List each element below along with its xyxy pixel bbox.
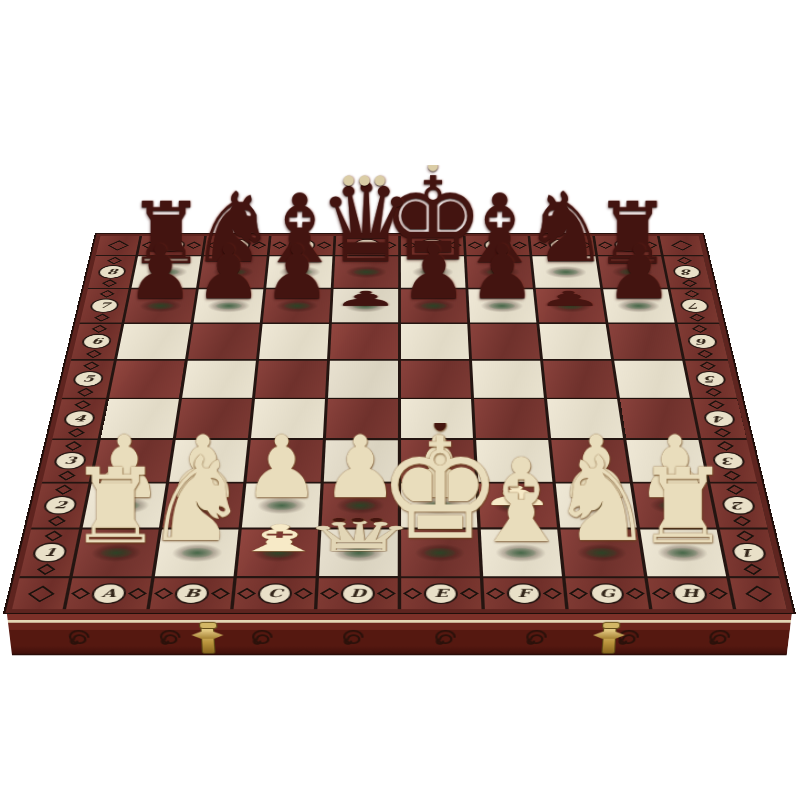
felt-base xyxy=(619,301,657,311)
coordinate-label: C xyxy=(257,583,293,604)
square-g7: ♟ xyxy=(536,289,606,322)
diamond-ornament-icon xyxy=(743,564,762,576)
file-label-g-bottom: G xyxy=(566,578,650,609)
file-label-d-top: D xyxy=(335,236,398,255)
diamond-ornament-icon xyxy=(320,588,339,600)
diamond-ornament-icon xyxy=(692,325,708,333)
square-b6 xyxy=(188,324,260,359)
square-a1: ♜ xyxy=(73,529,159,576)
spiral-engraving-icon xyxy=(522,628,552,648)
board-grid: ABCDEFGH8♜♞♝♛●●●♚●♝♞♜87♟♟♟♟♟♟♟♟766554433… xyxy=(5,234,793,613)
coordinate-label: F xyxy=(483,239,511,252)
diamond-ornament-icon xyxy=(83,361,100,370)
diamond-ornament-icon xyxy=(68,428,85,438)
rank-label-1-left: 1 xyxy=(20,529,79,576)
square-e6 xyxy=(401,324,469,359)
rank-label-6-left: 6 xyxy=(71,324,121,359)
square-f6 xyxy=(470,324,540,359)
square-c3 xyxy=(247,440,323,481)
square-f4 xyxy=(474,399,548,438)
diamond-ornament-icon xyxy=(382,242,397,249)
coordinate-label: C xyxy=(288,239,316,252)
coordinate-label: 5 xyxy=(694,371,727,387)
rank-label-4-right: 4 xyxy=(693,399,746,438)
coordinate-label: 1 xyxy=(730,543,768,563)
diamond-ornament-icon xyxy=(709,588,728,600)
square-f2: ♟ xyxy=(478,484,557,528)
square-c6 xyxy=(259,324,329,359)
coordinate-label: E xyxy=(419,239,446,252)
file-label-a-top: A xyxy=(138,236,204,255)
rook-glyph: ♜ xyxy=(109,193,224,275)
diamond-ornament-icon xyxy=(55,484,73,494)
coordinate-label: H xyxy=(671,583,709,604)
felt-base xyxy=(574,499,618,512)
square-d2: ♟ xyxy=(321,484,397,528)
felt-base xyxy=(93,546,139,560)
spiral-engraving-icon xyxy=(430,628,460,648)
diamond-ornament-icon xyxy=(71,588,90,600)
diamond-ornament-icon xyxy=(598,242,613,249)
square-g1: ♞ xyxy=(560,529,644,576)
diamond-ornament-icon xyxy=(272,242,287,249)
diamond-ornament-icon xyxy=(486,588,505,600)
diamond-ornament-icon xyxy=(723,471,741,481)
square-b7: ♟ xyxy=(194,289,264,322)
felt-base xyxy=(418,499,460,512)
diamond-ornament-icon xyxy=(142,242,157,249)
latch-icon xyxy=(601,625,617,653)
square-f5 xyxy=(472,361,544,398)
square-e2: ♟ xyxy=(401,484,477,528)
square-a3 xyxy=(92,440,173,481)
spiral-engraving-icon xyxy=(339,628,369,648)
felt-base xyxy=(415,267,451,276)
diamond-ornament-icon xyxy=(699,361,716,370)
diamond-ornament-icon xyxy=(714,428,731,438)
diamond-ornament-icon xyxy=(37,564,56,576)
diamond-ornament-icon xyxy=(294,588,313,600)
felt-base xyxy=(418,546,462,560)
diamond-ornament-icon xyxy=(577,242,592,249)
diamond-ornament-icon xyxy=(86,350,102,359)
diamond-ornament-icon xyxy=(652,588,671,600)
diamond-ornament-icon xyxy=(128,588,147,600)
coordinate-label: A xyxy=(90,583,128,604)
spiral-engraving-icon xyxy=(155,628,186,648)
felt-base xyxy=(499,546,544,560)
square-b4 xyxy=(176,399,252,438)
coordinate-label: 3 xyxy=(711,452,746,470)
rank-label-4-left: 4 xyxy=(53,399,106,438)
diamond-ornament-icon xyxy=(705,388,722,397)
rank-label-2-right: 2 xyxy=(710,484,767,528)
photo-background: ABCDEFGH8♜♞♝♛●●●♚●♝♞♜87♟♟♟♟♟♟♟♟766554433… xyxy=(0,0,800,800)
square-c1: ♝ xyxy=(237,529,318,576)
square-c8: ♝ xyxy=(266,256,332,288)
coordinate-label: D xyxy=(353,239,380,252)
felt-base xyxy=(496,499,539,512)
diamond-ornament-icon xyxy=(251,242,266,249)
square-e3 xyxy=(401,440,475,481)
diamond-ornament-icon xyxy=(447,242,462,249)
diamond-ornament-icon xyxy=(744,585,771,602)
felt-base xyxy=(660,546,706,560)
coordinate-label: 7 xyxy=(89,299,120,313)
felt-base xyxy=(339,499,382,512)
diamond-ornament-icon xyxy=(512,242,527,249)
coordinate-label: 2 xyxy=(42,496,78,515)
border-corner xyxy=(660,236,703,255)
diamond-ornament-icon xyxy=(58,471,76,481)
diamond-ornament-icon xyxy=(403,588,422,600)
file-label-c-top: C xyxy=(270,236,334,255)
diamond-ornament-icon xyxy=(186,242,201,249)
rank-label-3-right: 3 xyxy=(702,440,757,481)
coordinate-label: A xyxy=(157,239,186,252)
latch-icon xyxy=(200,625,215,653)
diamond-ornament-icon xyxy=(717,441,735,451)
square-c7: ♟ xyxy=(263,289,331,322)
crown-accent-balls: ● xyxy=(375,159,490,172)
spiral-engraving-icon xyxy=(704,628,736,648)
diamond-ornament-icon xyxy=(74,400,91,409)
diamond-ornament-icon xyxy=(99,290,115,298)
diamond-ornament-icon xyxy=(77,388,94,397)
box-front-edge xyxy=(6,609,792,655)
felt-base xyxy=(579,546,624,560)
coordinate-label: 4 xyxy=(702,410,736,427)
square-f1: ♝ xyxy=(481,529,562,576)
diamond-ornament-icon xyxy=(65,441,83,451)
coordinate-label: 6 xyxy=(686,334,718,349)
coordinate-label: 2 xyxy=(720,496,756,515)
coordinate-label: 8 xyxy=(97,265,127,279)
diamond-ornament-icon xyxy=(736,530,755,541)
square-d5 xyxy=(328,361,398,398)
diamond-ornament-icon xyxy=(402,242,417,249)
spiral-engraving-icon xyxy=(247,628,277,648)
coordinate-label: G xyxy=(589,583,626,604)
diamond-ornament-icon xyxy=(154,588,173,600)
diamond-ornament-icon xyxy=(460,588,479,600)
coordinate-label: 3 xyxy=(53,452,88,470)
square-h8: ♜ xyxy=(598,256,667,288)
diamond-ornament-icon xyxy=(91,325,107,333)
diamond-ornament-icon xyxy=(684,290,700,298)
felt-base xyxy=(337,546,381,560)
square-f7: ♟ xyxy=(468,289,536,322)
square-c2: ♟ xyxy=(242,484,321,528)
file-label-c-bottom: C xyxy=(234,578,316,609)
file-label-f-bottom: F xyxy=(483,578,565,609)
diamond-ornament-icon xyxy=(670,240,691,250)
felt-base xyxy=(551,301,589,311)
square-b5 xyxy=(182,361,256,398)
square-e1: ♚● xyxy=(401,529,480,576)
square-d7: ♟ xyxy=(332,289,398,322)
file-label-b-top: B xyxy=(204,236,269,255)
diamond-ornament-icon xyxy=(107,257,122,265)
border-corner xyxy=(730,578,787,609)
felt-base xyxy=(347,301,384,311)
front-spiral-engravings xyxy=(32,625,767,652)
square-d1: ♛●●● xyxy=(319,529,398,576)
square-d4 xyxy=(326,399,398,438)
diamond-ornament-icon xyxy=(642,242,657,249)
felt-base xyxy=(547,267,584,276)
square-h2: ♟ xyxy=(633,484,716,528)
file-label-d-bottom: D xyxy=(317,578,397,609)
square-a2: ♟ xyxy=(83,484,166,528)
square-h5 xyxy=(614,361,690,398)
diamond-ornament-icon xyxy=(237,588,256,600)
diamond-ornament-icon xyxy=(708,400,725,409)
felt-base xyxy=(348,267,384,276)
diamond-ornament-icon xyxy=(317,242,332,249)
spiral-engraving-icon xyxy=(63,628,95,648)
diamond-ornament-icon xyxy=(733,516,751,527)
file-label-h-top: H xyxy=(595,236,661,255)
diamond-ornament-icon xyxy=(682,279,698,287)
coordinate-label: 7 xyxy=(679,299,710,313)
square-g6 xyxy=(539,324,611,359)
file-label-e-bottom: E xyxy=(401,578,481,609)
coordinate-label: 8 xyxy=(672,265,702,279)
rook-glyph: ♜ xyxy=(575,193,690,275)
square-d3 xyxy=(324,440,398,481)
coordinate-label: F xyxy=(506,583,542,604)
square-e4 xyxy=(401,399,473,438)
diamond-ornament-icon xyxy=(533,242,548,249)
piece-dark-rook: ♜ xyxy=(575,193,690,275)
rank-label-7-right: 7 xyxy=(671,289,719,322)
square-a5 xyxy=(109,361,185,398)
diamond-ornament-icon xyxy=(337,242,352,249)
rank-label-5-left: 5 xyxy=(62,361,114,398)
coordinate-label: 6 xyxy=(81,334,113,349)
square-b1: ♞ xyxy=(155,529,239,576)
coordinate-label: B xyxy=(173,583,210,604)
coordinate-label: G xyxy=(548,239,576,252)
square-b2: ♟ xyxy=(162,484,243,528)
border-corner xyxy=(96,236,140,255)
diamond-ornament-icon xyxy=(377,588,396,600)
diamond-ornament-icon xyxy=(677,257,692,265)
rank-label-6-right: 6 xyxy=(678,324,728,359)
square-a6 xyxy=(117,324,191,359)
diamond-ornament-icon xyxy=(211,588,230,600)
rank-label-8-right: 8 xyxy=(664,256,711,288)
diamond-ornament-icon xyxy=(543,588,562,600)
coordinate-label: 1 xyxy=(31,543,69,563)
diamond-ornament-icon xyxy=(27,585,54,602)
square-b8: ♞ xyxy=(199,256,267,288)
square-e5 xyxy=(401,361,471,398)
felt-base xyxy=(174,546,219,560)
square-h3 xyxy=(626,440,706,481)
square-g5 xyxy=(543,361,617,398)
coordinate-label: E xyxy=(424,583,459,604)
felt-base xyxy=(415,301,452,311)
diamond-ornament-icon xyxy=(102,279,118,287)
square-h1: ♜ xyxy=(640,529,726,576)
coordinate-label: D xyxy=(341,583,376,604)
square-g2: ♟ xyxy=(556,484,637,528)
square-h7: ♟ xyxy=(603,289,674,322)
diamond-ornament-icon xyxy=(94,314,110,322)
file-label-f-top: F xyxy=(466,236,530,255)
square-f8: ♝ xyxy=(467,256,533,288)
square-e7: ♟ xyxy=(401,289,467,322)
square-f3 xyxy=(476,440,552,481)
square-d6 xyxy=(330,324,398,359)
rank-label-2-left: 2 xyxy=(31,484,88,528)
square-g4 xyxy=(547,399,623,438)
square-e8: ♚● xyxy=(401,256,466,288)
rank-label-5-right: 5 xyxy=(685,361,737,398)
felt-base xyxy=(483,301,520,311)
file-label-e-top: E xyxy=(401,236,464,255)
diamond-ornament-icon xyxy=(107,240,128,250)
square-c4 xyxy=(251,399,325,438)
diamond-ornament-icon xyxy=(726,484,744,494)
coordinate-label: 4 xyxy=(62,410,96,427)
felt-base xyxy=(614,267,651,276)
rank-label-3-left: 3 xyxy=(42,440,97,481)
diamond-ornament-icon xyxy=(467,242,482,249)
coordinate-label: H xyxy=(613,239,642,252)
diamond-ornament-icon xyxy=(44,530,63,541)
diamond-ornament-icon xyxy=(48,516,66,527)
file-label-b-bottom: B xyxy=(150,578,234,609)
crown-accent-balls: ●●● xyxy=(309,173,424,187)
coordinate-label: B xyxy=(222,239,250,252)
square-a7: ♟ xyxy=(124,289,195,322)
square-d8: ♛●●● xyxy=(334,256,399,288)
square-c5 xyxy=(255,361,327,398)
rank-label-1-right: 1 xyxy=(720,529,779,576)
diamond-ornament-icon xyxy=(569,588,588,600)
felt-base xyxy=(481,267,517,276)
square-h6 xyxy=(609,324,682,359)
coordinate-label: 5 xyxy=(72,371,105,387)
file-label-a-bottom: A xyxy=(66,578,151,609)
rank-label-7-left: 7 xyxy=(80,289,129,322)
diamond-ornament-icon xyxy=(689,314,705,322)
file-label-g-top: G xyxy=(530,236,595,255)
rank-label-8-left: 8 xyxy=(88,256,135,288)
piece-dark-rook: ♜ xyxy=(109,193,224,275)
border-corner xyxy=(12,578,69,609)
square-b3 xyxy=(169,440,247,481)
diamond-ornament-icon xyxy=(207,242,222,249)
square-a4 xyxy=(101,399,179,438)
file-label-h-bottom: H xyxy=(648,578,733,609)
square-g8: ♞ xyxy=(532,256,600,288)
square-a8: ♜ xyxy=(132,256,201,288)
diamond-ornament-icon xyxy=(697,350,713,359)
diamond-ornament-icon xyxy=(626,588,645,600)
square-g3 xyxy=(551,440,629,481)
square-h4 xyxy=(620,399,698,438)
